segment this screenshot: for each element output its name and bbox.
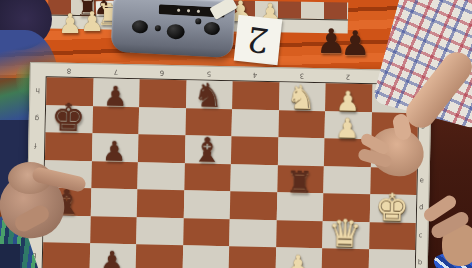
left-player-sleeve-shadow [0, 244, 20, 268]
white-knight-h3[interactable]: ♞ [278, 81, 326, 110]
coordinate-label-5: 5 [206, 70, 211, 77]
clock-button-right[interactable] [204, 22, 221, 36]
white-king-d1[interactable]: ♚ [368, 193, 416, 222]
coordinate-label-g: g [35, 114, 40, 121]
left-player-hand [0, 148, 104, 268]
table-number-card: 2 [234, 15, 283, 65]
clock-screw [195, 18, 201, 24]
coordinate-label-3: 3 [299, 72, 304, 79]
right-player-hand-on-bishop [360, 112, 426, 180]
white-queen-c2[interactable]: ♛ [321, 220, 369, 249]
black-knight-h5[interactable]: ♞ [185, 79, 233, 108]
captured-white-pawn: ♟ [58, 10, 82, 37]
coordinate-label-4: 4 [253, 71, 258, 78]
white-pawn-b3[interactable]: ♟ [274, 246, 322, 268]
black-bishop-f5[interactable]: ♝ [183, 134, 231, 163]
coordinate-label-h: h [35, 86, 40, 93]
bottom-right-hand [418, 194, 472, 268]
tournament-photo: ♜♟♟♟♜♟♟ 2 ♚♝♟♟♟♝♞♜♟♞♛♟♟♚♝ 87654321hhggff… [0, 0, 472, 268]
captured-white-pawn: ♟ [80, 8, 104, 35]
coordinate-label-7: 7 [113, 68, 118, 75]
coordinate-label-2: 2 [346, 73, 351, 80]
captured-black-pawn: ♟ [340, 26, 370, 60]
table-number: 2 [245, 22, 271, 59]
clock-screw [155, 25, 161, 31]
chess-clock[interactable] [111, 0, 236, 58]
coordinate-label-6: 6 [160, 69, 165, 76]
black-pawn-h7[interactable]: ♟ [92, 77, 140, 106]
coordinate-label-8: 8 [67, 67, 72, 74]
clock-button-left[interactable] [132, 20, 149, 34]
clock-center-knob[interactable] [166, 24, 185, 40]
black-rook-e3[interactable]: ♜ [276, 164, 324, 193]
white-pawn-h2[interactable]: ♟ [324, 82, 372, 111]
black-king-g8[interactable]: ♚ [45, 104, 93, 133]
